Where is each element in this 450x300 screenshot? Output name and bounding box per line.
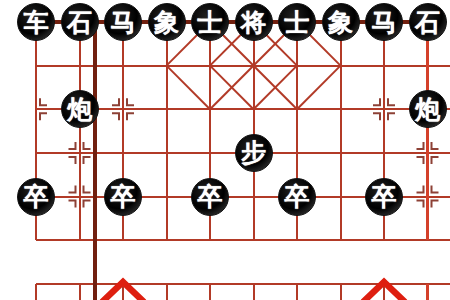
position-marker	[84, 157, 91, 164]
piece-卒-f0r4[interactable]: 卒	[17, 178, 55, 216]
position-marker	[112, 98, 119, 105]
position-marker	[40, 113, 47, 120]
piece-卒-f8r4[interactable]: 卒	[365, 178, 403, 216]
piece-卒-f6r4[interactable]: 卒	[278, 178, 316, 216]
piece-士-f6r0[interactable]: 士	[278, 3, 316, 41]
file-line-1	[79, 22, 81, 240]
position-marker	[373, 113, 380, 120]
file-line-9-lower	[426, 284, 429, 300]
file-line-4-lower	[209, 284, 211, 300]
palace-diagonal	[254, 66, 298, 110]
thick-border-line	[93, 27, 97, 300]
position-marker	[373, 98, 380, 105]
position-marker	[112, 113, 119, 120]
file-line-3-lower	[166, 284, 168, 300]
file-line-7	[340, 22, 342, 240]
position-marker	[69, 142, 76, 149]
piece-马-f2r0[interactable]: 马	[104, 3, 142, 41]
piece-将-f5r0[interactable]: 将	[235, 3, 273, 41]
piece-炮-f9r2[interactable]: 炮	[409, 90, 447, 128]
position-marker	[84, 186, 91, 193]
position-marker	[84, 201, 91, 208]
piece-士-f4r0[interactable]: 士	[191, 3, 229, 41]
position-marker	[432, 142, 439, 149]
position-marker	[40, 98, 47, 105]
file-line-3	[166, 22, 168, 240]
position-marker	[432, 157, 439, 164]
position-marker	[417, 157, 424, 164]
file-line-5-lower	[253, 284, 255, 300]
piece-石-f9r0[interactable]: 石	[409, 3, 447, 41]
position-marker	[417, 142, 424, 149]
file-line-9	[426, 22, 429, 240]
palace-diagonal	[167, 66, 211, 110]
rank-line-5	[36, 239, 450, 241]
position-marker	[417, 186, 424, 193]
piece-卒-f4r4[interactable]: 卒	[191, 178, 229, 216]
position-marker	[432, 201, 439, 208]
position-marker	[388, 113, 395, 120]
palace-diagonal	[297, 66, 341, 110]
file-line-5	[253, 22, 255, 240]
position-marker	[127, 98, 134, 105]
piece-石-f1r0[interactable]: 石	[61, 3, 99, 41]
palace-diagonal	[210, 66, 254, 110]
position-marker	[69, 186, 76, 193]
file-line-2-lower	[122, 284, 124, 300]
position-marker	[69, 201, 76, 208]
xiangqi-board[interactable]: 车石马象士将士象马石炮炮步卒卒卒卒卒	[0, 0, 450, 300]
rank-line-6	[36, 283, 450, 285]
position-marker	[84, 142, 91, 149]
file-line-1-lower	[79, 284, 81, 300]
piece-马-f8r0[interactable]: 马	[365, 3, 403, 41]
file-line-7-lower	[340, 284, 342, 300]
rank-line-1	[36, 65, 450, 67]
position-marker	[127, 113, 134, 120]
file-line-0-lower	[35, 284, 37, 300]
file-line-8-lower	[383, 284, 385, 300]
piece-炮-f1r2[interactable]: 炮	[61, 90, 99, 128]
position-marker	[432, 186, 439, 193]
piece-象-f7r0[interactable]: 象	[322, 3, 360, 41]
piece-象-f3r0[interactable]: 象	[148, 3, 186, 41]
position-marker	[69, 157, 76, 164]
position-marker	[388, 98, 395, 105]
file-line-6-lower	[296, 284, 298, 300]
position-marker	[417, 201, 424, 208]
piece-车-f0r0[interactable]: 车	[17, 3, 55, 41]
piece-卒-f2r4[interactable]: 卒	[104, 178, 142, 216]
piece-步-f5r3[interactable]: 步	[235, 134, 273, 172]
